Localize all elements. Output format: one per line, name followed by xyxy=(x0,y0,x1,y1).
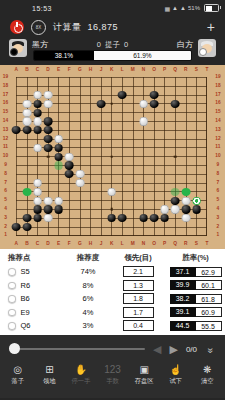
toolbar-label: 手数 xyxy=(106,377,119,386)
row-label: 11 xyxy=(212,143,223,152)
toolbar-move-numbers: 123手数 xyxy=(97,364,129,386)
speed-gauge-icon[interactable]: 8X xyxy=(31,20,46,35)
col-label: P xyxy=(159,240,170,247)
white-stone-C14 xyxy=(33,117,42,125)
lead-value: 2.1 xyxy=(123,266,154,277)
white-stone-R3 xyxy=(181,214,190,222)
column-labels-top: ABCDEFGHJKLMNOPQRST xyxy=(11,66,225,73)
captures: 0 提子 0 xyxy=(97,40,128,50)
white-winrate: 61.9% xyxy=(94,51,191,60)
col-label: O xyxy=(149,66,160,73)
row-label: 1 xyxy=(0,231,11,240)
table-header: 推荐点 推荐度 领先(目) 胜率(%) xyxy=(0,252,225,265)
row-label: 7 xyxy=(212,179,223,188)
row-label: 6 xyxy=(0,187,11,196)
toolbar-hand: ✋停一手 xyxy=(65,364,97,386)
black-stone-L17 xyxy=(118,91,127,99)
black-avatar xyxy=(9,39,27,57)
black-stone-O16 xyxy=(150,100,159,108)
player-panel: 黑方 0 提子 0 白方 38.1% 61.9% xyxy=(0,38,225,65)
col-label: G xyxy=(75,66,86,73)
row-label: 8 xyxy=(212,170,223,179)
col-label: M xyxy=(128,66,139,73)
white-stone-R5 xyxy=(181,197,190,205)
save-icon: ▣ xyxy=(139,364,148,376)
black-stone-A2 xyxy=(12,223,21,231)
hd-icon: ▦ xyxy=(164,5,170,12)
row-label: 4 xyxy=(0,205,11,214)
row-label: 5 xyxy=(0,196,11,205)
recommendation-row-E9[interactable]: E94%1.739.160.9 xyxy=(0,306,225,320)
toolbar-label: 落子 xyxy=(11,377,24,386)
col-label: D xyxy=(43,66,54,73)
white-avatar xyxy=(198,39,216,57)
white-stone-F10 xyxy=(65,153,74,161)
col-label: B xyxy=(22,240,33,247)
white-winrate-cell: 60.9 xyxy=(196,307,222,317)
white-stone-D16 xyxy=(44,100,53,108)
col-label: O xyxy=(149,240,160,247)
engine-power-button[interactable] xyxy=(10,20,24,34)
black-stone-E11 xyxy=(54,144,63,152)
black-stone-F8 xyxy=(65,170,74,178)
row-label: 13 xyxy=(212,126,223,135)
black-stone-O17 xyxy=(150,91,159,99)
row-label: 17 xyxy=(0,91,11,100)
black-stone-icon xyxy=(10,48,18,56)
col-label: J xyxy=(96,66,107,73)
black-stone-C4 xyxy=(33,205,42,213)
row-labels-right: 19181716151413121110987654321 xyxy=(212,73,223,240)
header: 8X 计算量 16,875 + xyxy=(0,16,225,38)
toolbar-save[interactable]: ▣存盘区 xyxy=(128,364,160,386)
bottom-controls: ◀ ▶ 0/0 » ◎落子⊞领地✋停一手123手数▣存盘区☝试下❋清空 xyxy=(0,335,225,398)
next-move-button[interactable]: ▶ xyxy=(169,344,177,355)
recommend-rate: 74% xyxy=(66,267,110,276)
black-stone-C16 xyxy=(33,100,42,108)
black-stone-F9 xyxy=(65,161,74,169)
row-label: 18 xyxy=(212,82,223,91)
col-label: A xyxy=(11,240,22,247)
battery-percent: 51% xyxy=(188,5,200,11)
white-stone-C11 xyxy=(33,144,42,152)
black-stone-S4 xyxy=(192,205,201,213)
black-winrate-cell: 37.1 xyxy=(170,267,196,277)
toolbar-label: 存盘区 xyxy=(135,377,154,386)
col-label: J xyxy=(96,240,107,247)
lead-value: 0.4 xyxy=(123,320,154,331)
col-label: H xyxy=(85,66,96,73)
board-grid[interactable] xyxy=(11,73,212,240)
black-stone-Q16 xyxy=(171,100,180,108)
point-label: R6 xyxy=(21,281,31,290)
toolbar-label: 清空 xyxy=(201,377,214,386)
black-stone-Q5 xyxy=(171,197,180,205)
row-label: 8 xyxy=(0,170,11,179)
black-stone-C3 xyxy=(33,214,42,222)
toolbar: ◎落子⊞领地✋停一手123手数▣存盘区☝试下❋清空 xyxy=(0,363,225,386)
col-label: E xyxy=(53,66,64,73)
row-label: 1 xyxy=(212,231,223,240)
recommend-rate: 4% xyxy=(66,308,110,317)
col-label: R xyxy=(181,66,192,73)
black-stone-B2 xyxy=(22,223,31,231)
white-stone-B15 xyxy=(22,109,31,117)
signal-icon: ▲ xyxy=(172,5,178,11)
white-label: 白方 xyxy=(177,39,193,50)
col-label: S xyxy=(191,66,202,73)
white-stone-K6 xyxy=(107,188,116,196)
col-label: B xyxy=(22,66,33,73)
row-label: 18 xyxy=(0,82,11,91)
col-label: E xyxy=(53,240,64,247)
white-stone-C17 xyxy=(33,91,42,99)
black-winrate-cell: 39.1 xyxy=(170,307,196,317)
row-label: 16 xyxy=(212,99,223,108)
col-label: L xyxy=(117,240,128,247)
black-stone-O3 xyxy=(150,214,159,222)
goban[interactable]: ABCDEFGHJKLMNOPQRST 19181716151413121110… xyxy=(0,65,225,249)
white-winrate-cell: 60.1 xyxy=(196,280,222,290)
row-label: 9 xyxy=(0,161,11,170)
lead-value: 1.8 xyxy=(123,293,154,304)
black-stone-D14 xyxy=(44,117,53,125)
toolbar-try-move[interactable]: ☝试下 xyxy=(160,364,192,386)
white-stone-D17 xyxy=(44,91,53,99)
black-stone-B3 xyxy=(22,214,31,222)
star-point xyxy=(110,103,113,106)
black-stone-K3 xyxy=(107,214,116,222)
row-label: 15 xyxy=(212,108,223,117)
recommendation-row-S5[interactable]: S574%2.137.162.9 xyxy=(0,265,225,279)
row-label: 4 xyxy=(212,205,223,214)
toolbar-stone[interactable]: ◎落子 xyxy=(2,364,34,386)
move-slider[interactable] xyxy=(10,348,145,350)
star-point xyxy=(110,208,113,211)
col-label: L xyxy=(117,66,128,73)
toolbar-territory[interactable]: ⊞领地 xyxy=(34,364,66,386)
white-stone-C6 xyxy=(33,188,42,196)
col-label: T xyxy=(202,240,213,247)
white-winrate-cell: 55.5 xyxy=(196,321,222,331)
white-stone-E12 xyxy=(54,135,63,143)
white-stone-N14 xyxy=(139,117,148,125)
white-stone-icon xyxy=(199,48,207,56)
recommendation-table: 推荐点 推荐度 领先(目) 胜率(%) S574%2.137.162.9R68%… xyxy=(0,249,225,335)
recommend-rate: 8% xyxy=(66,281,110,290)
row-label: 19 xyxy=(0,73,11,82)
col-label: Q xyxy=(170,66,181,73)
white-stone-C5 xyxy=(33,197,42,205)
toolbar-label: 停一手 xyxy=(72,377,91,386)
row-label: 7 xyxy=(0,179,11,188)
black-stone-N3 xyxy=(139,214,148,222)
white-stone-G8 xyxy=(75,170,84,178)
row-label: 19 xyxy=(212,73,223,82)
black-label: 黑方 xyxy=(32,39,48,50)
row-label: 10 xyxy=(0,152,11,161)
col-label: K xyxy=(106,66,117,73)
territory-icon: ⊞ xyxy=(45,364,53,376)
clock: 15:53 xyxy=(32,5,52,12)
row-label: 3 xyxy=(0,214,11,223)
move-numbers-icon: 123 xyxy=(104,364,121,376)
white-stone-E5 xyxy=(54,197,63,205)
col-label: A xyxy=(11,66,22,73)
prev-move-button[interactable]: ◀ xyxy=(153,344,161,355)
suggestion-marker-Q6[interactable] xyxy=(171,188,180,196)
stone-icon: ◎ xyxy=(13,364,22,376)
black-stone-D4 xyxy=(44,205,53,213)
try-move-icon: ☝ xyxy=(169,364,181,376)
suggestion-marker-R6[interactable] xyxy=(181,188,190,196)
point-label: S5 xyxy=(21,267,30,276)
black-stone-C15 xyxy=(33,109,42,117)
white-stone-D3 xyxy=(44,214,53,222)
calc-title: 计算量 16,875 xyxy=(53,21,118,34)
battery-icon xyxy=(204,4,219,12)
white-stone-G7 xyxy=(75,179,84,187)
black-stone-J16 xyxy=(97,100,106,108)
row-label: 2 xyxy=(0,223,11,232)
col-label: Q xyxy=(170,240,181,247)
row-label: 10 xyxy=(212,152,223,161)
row-label: 12 xyxy=(0,135,11,144)
winrate-bar: 38.1% 61.9% xyxy=(33,50,192,61)
slider-knob[interactable] xyxy=(9,343,20,354)
row-label: 9 xyxy=(212,161,223,170)
col-label: F xyxy=(64,240,75,247)
recommendation-row-R6[interactable]: R68%1.339.960.1 xyxy=(0,279,225,293)
black-stone-D12 xyxy=(44,135,53,143)
black-stone-A13 xyxy=(12,126,21,134)
col-label: F xyxy=(64,66,75,73)
white-stone-C7 xyxy=(33,179,42,187)
add-button[interactable]: + xyxy=(207,22,215,32)
black-stone-L3 xyxy=(118,214,127,222)
row-label: 3 xyxy=(212,214,223,223)
white-stone-icon xyxy=(8,295,16,303)
white-stone-D5 xyxy=(44,197,53,205)
col-label: P xyxy=(159,66,170,73)
black-stone-E10 xyxy=(54,153,63,161)
col-label: T xyxy=(202,66,213,73)
status-bar: 15:53 ▦ ▲ ▲ 51% xyxy=(0,0,225,16)
row-label: 14 xyxy=(0,117,11,126)
row-labels-left: 19181716151413121110987654321 xyxy=(0,73,11,240)
suggestion-marker-B6[interactable] xyxy=(22,188,31,196)
black-stone-D11 xyxy=(44,144,53,152)
white-winrate-cell: 62.9 xyxy=(196,267,222,277)
black-stone-R4 xyxy=(181,205,190,213)
row-label: 2 xyxy=(212,223,223,232)
row-label: 14 xyxy=(212,117,223,126)
toolbar-label: 试下 xyxy=(169,377,182,386)
col-label: S xyxy=(191,240,202,247)
col-label: C xyxy=(32,66,43,73)
white-winrate-cell: 61.8 xyxy=(196,294,222,304)
recommendation-row-Q6[interactable]: Q63%0.444.555.5 xyxy=(0,319,225,333)
collapse-panel-icon[interactable]: » xyxy=(205,344,216,354)
white-stone-icon xyxy=(8,268,16,276)
row-label: 13 xyxy=(0,126,11,135)
col-label: H xyxy=(85,240,96,247)
row-label: 15 xyxy=(0,108,11,117)
recommendation-row-B6[interactable]: B66%1.838.261.8 xyxy=(0,292,225,306)
calc-count: 16,875 xyxy=(88,22,119,32)
black-winrate: 38.1% xyxy=(34,51,94,60)
col-label: R xyxy=(181,240,192,247)
wifi-icon: ▲ xyxy=(180,5,186,11)
star-point xyxy=(110,155,113,158)
black-stone-P3 xyxy=(160,214,169,222)
white-stone-icon xyxy=(8,322,16,330)
move-counter: 0/0 xyxy=(186,345,197,354)
hand-icon: ✋ xyxy=(75,364,87,376)
star-point xyxy=(174,155,177,158)
recommend-rate: 3% xyxy=(66,321,110,330)
point-label: B6 xyxy=(21,294,30,303)
point-label: E9 xyxy=(21,308,30,317)
star-point xyxy=(47,155,50,158)
column-labels-bottom: ABCDEFGHJKLMNOPQRST xyxy=(11,240,225,247)
row-label: 5 xyxy=(212,196,223,205)
row-label: 11 xyxy=(0,143,11,152)
row-label: 6 xyxy=(212,187,223,196)
black-winrate-cell: 44.5 xyxy=(170,321,196,331)
white-stone-B16 xyxy=(22,100,31,108)
suggestion-marker-E9[interactable] xyxy=(54,161,63,169)
white-stone-B14 xyxy=(22,117,31,125)
toolbar-label: 领地 xyxy=(43,377,56,386)
lead-value: 1.7 xyxy=(123,307,154,318)
white-stone-P4 xyxy=(160,205,169,213)
col-label: D xyxy=(43,240,54,247)
recommend-rate: 6% xyxy=(66,294,110,303)
col-label: N xyxy=(138,240,149,247)
row-label: 12 xyxy=(212,135,223,144)
suggestion-marker-S5[interactable] xyxy=(192,197,201,205)
col-label: K xyxy=(106,240,117,247)
col-label: M xyxy=(128,240,139,247)
black-winrate-cell: 39.9 xyxy=(170,280,196,290)
lead-value: 1.3 xyxy=(123,280,154,291)
white-stone-Q4 xyxy=(171,205,180,213)
move-slider-row: ◀ ▶ 0/0 » xyxy=(0,335,225,363)
white-stone-icon xyxy=(8,282,16,290)
go-analysis-app: 15:53 ▦ ▲ ▲ 51% 8X 计算量 16,875 + 黑方 0 提子 … xyxy=(0,0,225,400)
col-label: C xyxy=(32,240,43,247)
row-label: 16 xyxy=(0,99,11,108)
black-winrate-cell: 38.2 xyxy=(170,294,196,304)
black-stone-C13 xyxy=(33,126,42,134)
col-label: G xyxy=(75,240,86,247)
black-stone-B13 xyxy=(22,126,31,134)
white-stone-icon xyxy=(8,309,16,317)
row-label: 17 xyxy=(212,91,223,100)
col-label: N xyxy=(138,66,149,73)
black-stone-D13 xyxy=(44,126,53,134)
black-stone-E4 xyxy=(54,205,63,213)
white-stone-N16 xyxy=(139,100,148,108)
clear-icon: ❋ xyxy=(203,364,211,376)
toolbar-clear[interactable]: ❋清空 xyxy=(191,364,223,386)
point-label: Q6 xyxy=(21,321,31,330)
